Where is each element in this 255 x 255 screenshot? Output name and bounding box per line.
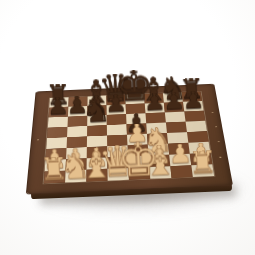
square-f2: ♟ xyxy=(149,155,171,167)
square-b5 xyxy=(67,126,87,137)
square-c1: ♝ xyxy=(86,169,107,182)
square-g2: ♟ xyxy=(169,154,191,166)
square-h5 xyxy=(186,121,207,132)
square-c6: ♞ xyxy=(87,115,107,126)
square-d2: ♟ xyxy=(107,157,128,169)
square-b3 xyxy=(66,147,87,159)
square-e5: ♟ xyxy=(127,123,147,134)
square-g3 xyxy=(168,143,190,155)
square-h4 xyxy=(187,131,209,143)
square-g1 xyxy=(170,165,193,178)
square-d6 xyxy=(107,114,127,125)
square-d4 xyxy=(107,135,127,147)
frame-pin-dot xyxy=(37,139,39,140)
chess-board-grid: ♜♝♛♚♝♞♜♟♟♟♟♟♟♟♞♟♟♞♟♟♟♟♟♟♟♜♞♝♛♚♝♜ xyxy=(44,91,214,183)
square-b7: ♟ xyxy=(68,106,88,117)
square-g4 xyxy=(167,132,188,144)
board-frame: ♜♝♛♚♝♞♜♟♟♟♟♟♟♟♞♟♟♞♟♟♟♟♟♟♟♜♞♝♛♚♝♜ xyxy=(27,84,232,193)
square-a4 xyxy=(46,137,67,149)
square-g5 xyxy=(166,122,187,133)
square-f3: ♞ xyxy=(148,144,169,156)
square-b6 xyxy=(67,116,87,127)
square-e2 xyxy=(128,156,149,168)
frame-pin-dot xyxy=(219,157,221,158)
square-g6 xyxy=(165,112,186,123)
square-d3 xyxy=(107,145,128,157)
frame-pin-dot xyxy=(215,126,217,127)
board-scene: ♜♝♛♚♝♞♜♟♟♟♟♟♟♟♞♟♟♞♟♟♟♟♟♟♟♜♞♝♛♚♝♜ xyxy=(27,84,232,193)
square-b1: ♞ xyxy=(65,170,86,183)
square-h3 xyxy=(188,142,210,154)
square-a5 xyxy=(47,127,67,138)
square-c5 xyxy=(87,125,107,136)
square-e1: ♚ xyxy=(128,167,150,180)
square-h2: ♟ xyxy=(190,153,212,165)
square-d5 xyxy=(107,124,127,135)
square-a2: ♟ xyxy=(45,159,66,171)
frame-pin-dot xyxy=(218,141,220,142)
square-b2: ♟ xyxy=(66,158,87,170)
product-photo-chessboard: ♜♝♛♚♝♞♜♟♟♟♟♟♟♟♞♟♟♞♟♟♟♟♟♟♟♜♞♝♛♚♝♜ xyxy=(0,0,255,255)
square-c2: ♟ xyxy=(87,157,108,169)
frame-pin-dot xyxy=(212,112,214,113)
square-d1: ♛ xyxy=(107,168,128,181)
square-h1: ♜ xyxy=(191,164,214,177)
square-f1: ♝ xyxy=(149,166,171,179)
square-a6 xyxy=(48,117,68,128)
square-f5 xyxy=(146,123,167,134)
square-a1: ♜ xyxy=(44,171,66,184)
